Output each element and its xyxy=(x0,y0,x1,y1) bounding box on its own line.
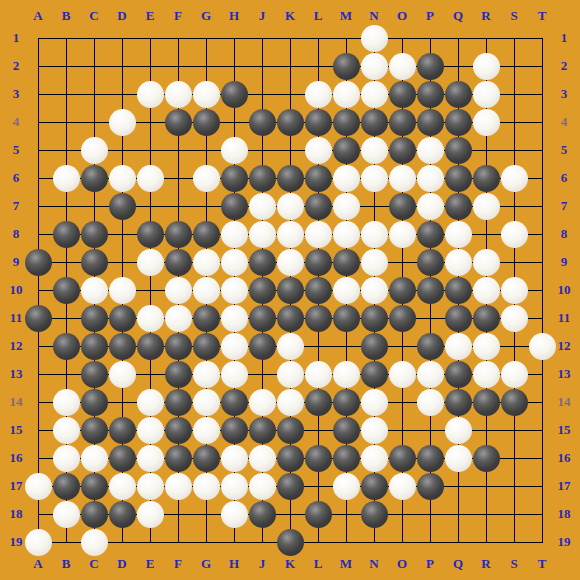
stone-white-P14 xyxy=(417,389,444,416)
coord-label-row-right-4: 4 xyxy=(550,114,578,130)
stone-black-K4 xyxy=(277,109,304,136)
stone-black-Q14 xyxy=(445,389,472,416)
stone-white-R3 xyxy=(473,81,500,108)
coord-label-col-top-D: D xyxy=(108,8,136,24)
stone-black-L7 xyxy=(305,193,332,220)
coord-label-col-bottom-K: K xyxy=(276,556,304,572)
stone-black-P4 xyxy=(417,109,444,136)
stone-white-C5 xyxy=(81,137,108,164)
coord-label-col-bottom-H: H xyxy=(220,556,248,572)
stone-white-N16 xyxy=(361,445,388,472)
stone-black-C17 xyxy=(81,473,108,500)
coord-label-col-top-Q: Q xyxy=(444,8,472,24)
coord-label-row-right-6: 6 xyxy=(550,170,578,186)
stone-white-S11 xyxy=(501,305,528,332)
coord-label-col-bottom-P: P xyxy=(416,556,444,572)
stone-white-M6 xyxy=(333,165,360,192)
stone-white-D17 xyxy=(109,473,136,500)
stone-black-G11 xyxy=(193,305,220,332)
stone-black-C15 xyxy=(81,417,108,444)
coord-label-row-right-5: 5 xyxy=(550,142,578,158)
stone-white-G10 xyxy=(193,277,220,304)
coord-label-row-left-2: 2 xyxy=(2,58,30,74)
stone-white-R7 xyxy=(473,193,500,220)
stone-black-J4 xyxy=(249,109,276,136)
stone-white-B6 xyxy=(53,165,80,192)
stone-black-F16 xyxy=(165,445,192,472)
coord-label-col-bottom-S: S xyxy=(500,556,528,572)
stone-white-S6 xyxy=(501,165,528,192)
stone-white-Q12 xyxy=(445,333,472,360)
stone-white-J17 xyxy=(249,473,276,500)
coord-label-row-right-16: 16 xyxy=(550,450,578,466)
coord-label-row-right-11: 11 xyxy=(550,310,578,326)
coord-label-col-top-J: J xyxy=(248,8,276,24)
stone-black-Q5 xyxy=(445,137,472,164)
stone-white-N2 xyxy=(361,53,388,80)
coord-label-col-top-H: H xyxy=(220,8,248,24)
stone-white-M10 xyxy=(333,277,360,304)
coord-label-row-left-10: 10 xyxy=(2,282,30,298)
stone-white-D6 xyxy=(109,165,136,192)
coord-label-col-top-G: G xyxy=(192,8,220,24)
stone-white-G9 xyxy=(193,249,220,276)
stone-white-P5 xyxy=(417,137,444,164)
stone-black-Q7 xyxy=(445,193,472,220)
stone-white-B16 xyxy=(53,445,80,472)
coord-label-row-right-3: 3 xyxy=(550,86,578,102)
stone-black-K10 xyxy=(277,277,304,304)
coord-label-row-left-6: 6 xyxy=(2,170,30,186)
stone-white-G15 xyxy=(193,417,220,444)
stone-black-M14 xyxy=(333,389,360,416)
stone-white-T12 xyxy=(529,333,556,360)
coord-label-col-top-P: P xyxy=(416,8,444,24)
stone-black-B17 xyxy=(53,473,80,500)
stone-white-K13 xyxy=(277,361,304,388)
stone-black-P10 xyxy=(417,277,444,304)
stone-black-G8 xyxy=(193,221,220,248)
stone-black-J12 xyxy=(249,333,276,360)
stone-black-O7 xyxy=(389,193,416,220)
stone-white-E9 xyxy=(137,249,164,276)
coord-label-row-left-5: 5 xyxy=(2,142,30,158)
stone-black-Q11 xyxy=(445,305,472,332)
stone-white-N15 xyxy=(361,417,388,444)
stone-black-B8 xyxy=(53,221,80,248)
stone-black-P9 xyxy=(417,249,444,276)
stone-black-M4 xyxy=(333,109,360,136)
stone-white-D4 xyxy=(109,109,136,136)
coord-label-row-left-7: 7 xyxy=(2,198,30,214)
coord-label-col-top-T: T xyxy=(528,8,556,24)
stone-black-K6 xyxy=(277,165,304,192)
stone-white-S10 xyxy=(501,277,528,304)
coord-label-row-left-14: 14 xyxy=(2,394,30,410)
stone-white-N6 xyxy=(361,165,388,192)
coord-label-row-right-10: 10 xyxy=(550,282,578,298)
stone-black-J6 xyxy=(249,165,276,192)
stone-black-M9 xyxy=(333,249,360,276)
stone-white-G6 xyxy=(193,165,220,192)
stone-black-J10 xyxy=(249,277,276,304)
stone-white-O17 xyxy=(389,473,416,500)
coord-label-row-left-3: 3 xyxy=(2,86,30,102)
stone-white-K12 xyxy=(277,333,304,360)
stone-black-G16 xyxy=(193,445,220,472)
stone-black-R14 xyxy=(473,389,500,416)
coord-label-col-bottom-A: A xyxy=(24,556,52,572)
stone-black-Q4 xyxy=(445,109,472,136)
stone-white-M8 xyxy=(333,221,360,248)
coord-label-row-left-16: 16 xyxy=(2,450,30,466)
stone-black-N13 xyxy=(361,361,388,388)
coord-label-row-right-8: 8 xyxy=(550,226,578,242)
stone-black-O16 xyxy=(389,445,416,472)
stone-white-R12 xyxy=(473,333,500,360)
stone-black-P17 xyxy=(417,473,444,500)
stone-black-E12 xyxy=(137,333,164,360)
stone-white-H5 xyxy=(221,137,248,164)
stone-white-N14 xyxy=(361,389,388,416)
coord-label-col-bottom-G: G xyxy=(192,556,220,572)
stone-white-E6 xyxy=(137,165,164,192)
stone-white-P7 xyxy=(417,193,444,220)
stone-black-R11 xyxy=(473,305,500,332)
stone-black-L18 xyxy=(305,501,332,528)
stone-white-H16 xyxy=(221,445,248,472)
stone-black-M5 xyxy=(333,137,360,164)
stone-black-F12 xyxy=(165,333,192,360)
stone-black-L9 xyxy=(305,249,332,276)
stone-black-M11 xyxy=(333,305,360,332)
stone-black-O4 xyxy=(389,109,416,136)
stone-white-K8 xyxy=(277,221,304,248)
stone-black-C14 xyxy=(81,389,108,416)
stone-white-K7 xyxy=(277,193,304,220)
stone-white-P13 xyxy=(417,361,444,388)
stone-white-B15 xyxy=(53,417,80,444)
stone-white-Q9 xyxy=(445,249,472,276)
stone-black-D16 xyxy=(109,445,136,472)
stone-black-P8 xyxy=(417,221,444,248)
coord-label-row-right-2: 2 xyxy=(550,58,578,74)
stone-white-D13 xyxy=(109,361,136,388)
coord-label-row-left-8: 8 xyxy=(2,226,30,242)
stone-white-S13 xyxy=(501,361,528,388)
stone-white-N10 xyxy=(361,277,388,304)
stone-black-R6 xyxy=(473,165,500,192)
stone-white-C10 xyxy=(81,277,108,304)
stone-black-P16 xyxy=(417,445,444,472)
stone-black-C11 xyxy=(81,305,108,332)
stone-black-N12 xyxy=(361,333,388,360)
stone-black-F4 xyxy=(165,109,192,136)
stone-black-B12 xyxy=(53,333,80,360)
stone-black-J9 xyxy=(249,249,276,276)
stone-black-P12 xyxy=(417,333,444,360)
stone-black-N18 xyxy=(361,501,388,528)
stone-black-S14 xyxy=(501,389,528,416)
stone-white-O2 xyxy=(389,53,416,80)
stone-black-L14 xyxy=(305,389,332,416)
stone-white-F11 xyxy=(165,305,192,332)
stone-black-G4 xyxy=(193,109,220,136)
stone-black-F8 xyxy=(165,221,192,248)
stone-white-N5 xyxy=(361,137,388,164)
stone-white-R2 xyxy=(473,53,500,80)
stone-white-H8 xyxy=(221,221,248,248)
stone-white-Q15 xyxy=(445,417,472,444)
stone-black-D15 xyxy=(109,417,136,444)
stone-black-Q10 xyxy=(445,277,472,304)
coord-label-col-bottom-F: F xyxy=(164,556,192,572)
stone-white-B18 xyxy=(53,501,80,528)
stone-white-N9 xyxy=(361,249,388,276)
stone-black-G12 xyxy=(193,333,220,360)
coord-label-row-right-14: 14 xyxy=(550,394,578,410)
coord-label-row-left-18: 18 xyxy=(2,506,30,522)
stone-black-K19 xyxy=(277,529,304,556)
stone-black-C18 xyxy=(81,501,108,528)
coord-label-col-bottom-R: R xyxy=(472,556,500,572)
stone-black-D12 xyxy=(109,333,136,360)
stone-black-L6 xyxy=(305,165,332,192)
stone-black-E8 xyxy=(137,221,164,248)
stone-black-C13 xyxy=(81,361,108,388)
stone-black-Q6 xyxy=(445,165,472,192)
stone-white-H11 xyxy=(221,305,248,332)
stone-white-E15 xyxy=(137,417,164,444)
stone-black-M2 xyxy=(333,53,360,80)
stone-white-E11 xyxy=(137,305,164,332)
stone-white-F17 xyxy=(165,473,192,500)
stone-white-R13 xyxy=(473,361,500,388)
stone-white-D10 xyxy=(109,277,136,304)
stone-white-G17 xyxy=(193,473,220,500)
stone-white-M3 xyxy=(333,81,360,108)
stone-black-M16 xyxy=(333,445,360,472)
stone-black-L10 xyxy=(305,277,332,304)
coord-label-col-top-B: B xyxy=(52,8,80,24)
stone-black-O10 xyxy=(389,277,416,304)
coord-label-col-top-L: L xyxy=(304,8,332,24)
stone-white-A19 xyxy=(25,529,52,556)
stone-black-L4 xyxy=(305,109,332,136)
coord-label-row-right-13: 13 xyxy=(550,366,578,382)
stone-white-H17 xyxy=(221,473,248,500)
coord-label-row-left-1: 1 xyxy=(2,30,30,46)
stone-black-C6 xyxy=(81,165,108,192)
stone-white-H9 xyxy=(221,249,248,276)
stone-black-F15 xyxy=(165,417,192,444)
stone-white-E14 xyxy=(137,389,164,416)
coord-label-row-right-17: 17 xyxy=(550,478,578,494)
coord-label-row-right-1: 1 xyxy=(550,30,578,46)
stone-white-M13 xyxy=(333,361,360,388)
coord-label-col-bottom-J: J xyxy=(248,556,276,572)
stone-black-N4 xyxy=(361,109,388,136)
stone-black-N17 xyxy=(361,473,388,500)
stone-black-F9 xyxy=(165,249,192,276)
stone-black-P2 xyxy=(417,53,444,80)
stone-white-H10 xyxy=(221,277,248,304)
stone-black-O5 xyxy=(389,137,416,164)
stone-white-G13 xyxy=(193,361,220,388)
coord-label-col-top-C: C xyxy=(80,8,108,24)
stone-black-J15 xyxy=(249,417,276,444)
coord-label-col-bottom-Q: Q xyxy=(444,556,472,572)
stone-black-H3 xyxy=(221,81,248,108)
stone-white-F10 xyxy=(165,277,192,304)
stone-black-J11 xyxy=(249,305,276,332)
coord-label-row-right-19: 19 xyxy=(550,534,578,550)
stone-black-H14 xyxy=(221,389,248,416)
stone-black-H15 xyxy=(221,417,248,444)
stone-black-Q13 xyxy=(445,361,472,388)
coord-label-col-top-M: M xyxy=(332,8,360,24)
stone-white-E18 xyxy=(137,501,164,528)
stone-black-L16 xyxy=(305,445,332,472)
stone-white-E17 xyxy=(137,473,164,500)
coord-label-row-left-12: 12 xyxy=(2,338,30,354)
stone-black-K15 xyxy=(277,417,304,444)
coord-label-col-bottom-E: E xyxy=(136,556,164,572)
stone-white-E3 xyxy=(137,81,164,108)
stone-white-N1 xyxy=(361,25,388,52)
coord-label-col-bottom-T: T xyxy=(528,556,556,572)
stone-white-N3 xyxy=(361,81,388,108)
stone-black-K17 xyxy=(277,473,304,500)
stone-white-G3 xyxy=(193,81,220,108)
coord-label-row-left-13: 13 xyxy=(2,366,30,382)
coord-label-col-top-R: R xyxy=(472,8,500,24)
stone-black-J18 xyxy=(249,501,276,528)
stone-white-E16 xyxy=(137,445,164,472)
stone-black-N11 xyxy=(361,305,388,332)
stone-black-M15 xyxy=(333,417,360,444)
stone-white-J7 xyxy=(249,193,276,220)
stone-white-O8 xyxy=(389,221,416,248)
stone-white-K9 xyxy=(277,249,304,276)
stone-black-D18 xyxy=(109,501,136,528)
stone-black-H6 xyxy=(221,165,248,192)
stone-white-F3 xyxy=(165,81,192,108)
stone-black-F13 xyxy=(165,361,192,388)
stone-black-D7 xyxy=(109,193,136,220)
coord-label-col-top-N: N xyxy=(360,8,388,24)
stone-white-K14 xyxy=(277,389,304,416)
stone-black-C9 xyxy=(81,249,108,276)
coord-label-row-left-4: 4 xyxy=(2,114,30,130)
coord-label-col-top-S: S xyxy=(500,8,528,24)
stone-white-J14 xyxy=(249,389,276,416)
coord-label-col-top-F: F xyxy=(164,8,192,24)
coord-label-col-bottom-D: D xyxy=(108,556,136,572)
stone-black-Q3 xyxy=(445,81,472,108)
stone-black-A9 xyxy=(25,249,52,276)
coord-label-col-bottom-B: B xyxy=(52,556,80,572)
stone-white-L13 xyxy=(305,361,332,388)
stone-black-O3 xyxy=(389,81,416,108)
stone-black-O11 xyxy=(389,305,416,332)
stone-white-H18 xyxy=(221,501,248,528)
stone-black-C12 xyxy=(81,333,108,360)
stone-black-L11 xyxy=(305,305,332,332)
coord-label-col-top-A: A xyxy=(24,8,52,24)
stone-white-L5 xyxy=(305,137,332,164)
stone-white-R9 xyxy=(473,249,500,276)
coord-label-col-top-O: O xyxy=(388,8,416,24)
stone-white-G14 xyxy=(193,389,220,416)
stone-white-H12 xyxy=(221,333,248,360)
coord-label-row-right-7: 7 xyxy=(550,198,578,214)
coord-label-row-left-15: 15 xyxy=(2,422,30,438)
stone-white-M7 xyxy=(333,193,360,220)
stone-black-P3 xyxy=(417,81,444,108)
stone-white-O6 xyxy=(389,165,416,192)
stone-white-S8 xyxy=(501,221,528,248)
coord-label-col-bottom-O: O xyxy=(388,556,416,572)
stone-black-F14 xyxy=(165,389,192,416)
coord-label-row-right-15: 15 xyxy=(550,422,578,438)
stone-white-O13 xyxy=(389,361,416,388)
stone-black-A11 xyxy=(25,305,52,332)
stone-white-J16 xyxy=(249,445,276,472)
stone-white-L3 xyxy=(305,81,332,108)
coord-label-col-bottom-L: L xyxy=(304,556,332,572)
stone-black-H7 xyxy=(221,193,248,220)
stone-black-K16 xyxy=(277,445,304,472)
stone-white-Q16 xyxy=(445,445,472,472)
stone-white-N8 xyxy=(361,221,388,248)
coord-label-row-right-18: 18 xyxy=(550,506,578,522)
stone-white-B14 xyxy=(53,389,80,416)
coord-label-col-bottom-C: C xyxy=(80,556,108,572)
stone-black-R16 xyxy=(473,445,500,472)
stone-white-C16 xyxy=(81,445,108,472)
stone-white-Q8 xyxy=(445,221,472,248)
stone-white-C19 xyxy=(81,529,108,556)
stone-black-C8 xyxy=(81,221,108,248)
go-board-screen: AABBCCDDEEFFGGHHJJKKLLMMNNOOPPQQRRSSTT11… xyxy=(0,0,580,580)
stone-white-L8 xyxy=(305,221,332,248)
coord-label-col-top-K: K xyxy=(276,8,304,24)
stone-white-A17 xyxy=(25,473,52,500)
coord-label-col-bottom-M: M xyxy=(332,556,360,572)
stone-white-H13 xyxy=(221,361,248,388)
stone-black-K11 xyxy=(277,305,304,332)
stone-white-R10 xyxy=(473,277,500,304)
stone-white-P6 xyxy=(417,165,444,192)
coord-label-col-top-E: E xyxy=(136,8,164,24)
stone-white-R4 xyxy=(473,109,500,136)
coord-label-row-right-9: 9 xyxy=(550,254,578,270)
coord-label-col-bottom-N: N xyxy=(360,556,388,572)
stone-black-B10 xyxy=(53,277,80,304)
stone-white-M17 xyxy=(333,473,360,500)
stone-white-J8 xyxy=(249,221,276,248)
stone-black-D11 xyxy=(109,305,136,332)
